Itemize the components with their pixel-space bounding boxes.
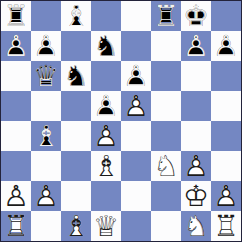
square-d1[interactable]: ♛♕ xyxy=(91,211,121,241)
piece-white-pawn[interactable]: ♟♙ xyxy=(1,181,31,211)
piece-white-pawn[interactable]: ♟♙ xyxy=(181,151,211,181)
white-bishop-icon: ♗ xyxy=(91,151,121,181)
square-c7[interactable] xyxy=(61,31,91,61)
square-e5[interactable]: ♟♙ xyxy=(121,91,151,121)
square-d3[interactable]: ♝♗ xyxy=(91,151,121,181)
chess-board: ♜♖♝♗♜♖♚♔♟♙♟♙♞♘♟♙♟♙♛♕♞♘♟♙♟♙♟♙♝♗♟♙♝♗♞♘♟♙♟♙… xyxy=(0,0,242,242)
white-knight-icon: ♘ xyxy=(151,151,181,181)
piece-black-pawn[interactable]: ♟♙ xyxy=(211,31,241,61)
square-d5[interactable]: ♟♙ xyxy=(91,91,121,121)
black-queen-icon: ♕ xyxy=(31,61,61,91)
white-pawn-fill-icon: ♟ xyxy=(211,181,241,211)
piece-white-rook[interactable]: ♜♖ xyxy=(211,211,241,241)
black-bishop-fill-icon: ♝ xyxy=(31,121,61,151)
black-pawn-fill-icon: ♟ xyxy=(1,31,31,61)
square-f2[interactable] xyxy=(151,181,181,211)
square-e4[interactable] xyxy=(121,121,151,151)
piece-black-pawn[interactable]: ♟♙ xyxy=(1,31,31,61)
black-pawn-icon: ♙ xyxy=(91,91,121,121)
square-d4[interactable]: ♟♙ xyxy=(91,121,121,151)
black-pawn-icon: ♙ xyxy=(1,31,31,61)
square-b5[interactable] xyxy=(31,91,61,121)
black-pawn-fill-icon: ♟ xyxy=(91,91,121,121)
piece-white-king[interactable]: ♚♔ xyxy=(181,181,211,211)
square-a8[interactable]: ♜♖ xyxy=(1,1,31,31)
square-g2[interactable]: ♚♔ xyxy=(181,181,211,211)
white-bishop-fill-icon: ♝ xyxy=(91,151,121,181)
piece-black-pawn[interactable]: ♟♙ xyxy=(31,31,61,61)
white-pawn-icon: ♙ xyxy=(181,151,211,181)
square-b6[interactable]: ♛♕ xyxy=(31,61,61,91)
white-rook-icon: ♖ xyxy=(1,211,31,241)
black-queen-fill-icon: ♛ xyxy=(31,61,61,91)
piece-white-knight[interactable]: ♞♘ xyxy=(151,151,181,181)
square-h6[interactable] xyxy=(211,61,241,91)
square-g8[interactable]: ♚♔ xyxy=(181,1,211,31)
square-a4[interactable] xyxy=(1,121,31,151)
black-bishop-icon: ♗ xyxy=(61,1,91,31)
piece-white-pawn[interactable]: ♟♙ xyxy=(91,121,121,151)
square-h4[interactable] xyxy=(211,121,241,151)
square-e3[interactable] xyxy=(121,151,151,181)
square-h3[interactable] xyxy=(211,151,241,181)
square-d6[interactable] xyxy=(91,61,121,91)
square-c6[interactable]: ♞♘ xyxy=(61,61,91,91)
square-a1[interactable]: ♜♖ xyxy=(1,211,31,241)
square-c3[interactable] xyxy=(61,151,91,181)
square-f1[interactable] xyxy=(151,211,181,241)
piece-black-knight[interactable]: ♞♘ xyxy=(91,31,121,61)
white-rook-fill-icon: ♜ xyxy=(1,211,31,241)
square-f8[interactable]: ♜♖ xyxy=(151,1,181,31)
white-pawn-icon: ♙ xyxy=(91,121,121,151)
piece-black-rook[interactable]: ♜♖ xyxy=(1,1,31,31)
black-king-icon: ♔ xyxy=(181,1,211,31)
square-c1[interactable]: ♝♗ xyxy=(61,211,91,241)
black-pawn-fill-icon: ♟ xyxy=(211,31,241,61)
white-pawn-icon: ♙ xyxy=(121,91,151,121)
white-rook-fill-icon: ♜ xyxy=(211,211,241,241)
white-bishop-icon: ♗ xyxy=(61,211,91,241)
square-b1[interactable] xyxy=(31,211,61,241)
black-bishop-fill-icon: ♝ xyxy=(61,1,91,31)
piece-white-pawn[interactable]: ♟♙ xyxy=(121,91,151,121)
square-a7[interactable]: ♟♙ xyxy=(1,31,31,61)
black-pawn-fill-icon: ♟ xyxy=(31,31,61,61)
black-knight-fill-icon: ♞ xyxy=(61,61,91,91)
piece-black-bishop[interactable]: ♝♗ xyxy=(61,1,91,31)
square-a2[interactable]: ♟♙ xyxy=(1,181,31,211)
black-bishop-icon: ♗ xyxy=(31,121,61,151)
piece-white-knight[interactable]: ♞♘ xyxy=(181,211,211,241)
square-h2[interactable]: ♟♙ xyxy=(211,181,241,211)
piece-white-bishop[interactable]: ♝♗ xyxy=(91,151,121,181)
white-pawn-fill-icon: ♟ xyxy=(91,121,121,151)
square-b2[interactable]: ♟♙ xyxy=(31,181,61,211)
black-rook-icon: ♖ xyxy=(151,1,181,31)
white-pawn-icon: ♙ xyxy=(31,181,61,211)
black-pawn-icon: ♙ xyxy=(121,61,151,91)
square-g7[interactable]: ♟♙ xyxy=(181,31,211,61)
white-pawn-fill-icon: ♟ xyxy=(181,151,211,181)
white-king-fill-icon: ♚ xyxy=(181,181,211,211)
white-knight-icon: ♘ xyxy=(181,211,211,241)
square-g4[interactable] xyxy=(181,121,211,151)
white-queen-fill-icon: ♛ xyxy=(91,211,121,241)
square-b3[interactable] xyxy=(31,151,61,181)
white-knight-fill-icon: ♞ xyxy=(151,151,181,181)
square-a3[interactable] xyxy=(1,151,31,181)
square-c8[interactable]: ♝♗ xyxy=(61,1,91,31)
piece-black-pawn[interactable]: ♟♙ xyxy=(181,31,211,61)
square-e7[interactable] xyxy=(121,31,151,61)
black-king-fill-icon: ♚ xyxy=(181,1,211,31)
white-knight-fill-icon: ♞ xyxy=(181,211,211,241)
black-pawn-icon: ♙ xyxy=(211,31,241,61)
piece-black-bishop[interactable]: ♝♗ xyxy=(31,121,61,151)
square-e6[interactable]: ♟♙ xyxy=(121,61,151,91)
square-h5[interactable] xyxy=(211,91,241,121)
piece-black-pawn[interactable]: ♟♙ xyxy=(91,91,121,121)
square-h1[interactable]: ♜♖ xyxy=(211,211,241,241)
chess-board-grid: ♜♖♝♗♜♖♚♔♟♙♟♙♞♘♟♙♟♙♛♕♞♘♟♙♟♙♟♙♝♗♟♙♝♗♞♘♟♙♟♙… xyxy=(1,1,241,241)
piece-white-rook[interactable]: ♜♖ xyxy=(1,211,31,241)
square-a5[interactable] xyxy=(1,91,31,121)
piece-black-pawn[interactable]: ♟♙ xyxy=(121,61,151,91)
black-knight-icon: ♘ xyxy=(61,61,91,91)
square-e1[interactable] xyxy=(121,211,151,241)
square-g6[interactable] xyxy=(181,61,211,91)
piece-black-king[interactable]: ♚♔ xyxy=(181,1,211,31)
black-rook-icon: ♖ xyxy=(1,1,31,31)
piece-black-rook[interactable]: ♜♖ xyxy=(151,1,181,31)
square-e8[interactable] xyxy=(121,1,151,31)
square-h8[interactable] xyxy=(211,1,241,31)
square-g3[interactable]: ♟♙ xyxy=(181,151,211,181)
black-knight-icon: ♘ xyxy=(91,31,121,61)
white-pawn-fill-icon: ♟ xyxy=(1,181,31,211)
piece-black-knight[interactable]: ♞♘ xyxy=(61,61,91,91)
square-d2[interactable] xyxy=(91,181,121,211)
square-b7[interactable]: ♟♙ xyxy=(31,31,61,61)
white-queen-icon: ♕ xyxy=(91,211,121,241)
square-f4[interactable] xyxy=(151,121,181,151)
white-rook-icon: ♖ xyxy=(211,211,241,241)
piece-white-pawn[interactable]: ♟♙ xyxy=(31,181,61,211)
square-g5[interactable] xyxy=(181,91,211,121)
square-d7[interactable]: ♞♘ xyxy=(91,31,121,61)
black-rook-fill-icon: ♜ xyxy=(151,1,181,31)
black-rook-fill-icon: ♜ xyxy=(1,1,31,31)
white-pawn-icon: ♙ xyxy=(1,181,31,211)
square-g1[interactable]: ♞♘ xyxy=(181,211,211,241)
black-pawn-fill-icon: ♟ xyxy=(121,61,151,91)
square-c2[interactable] xyxy=(61,181,91,211)
square-d8[interactable] xyxy=(91,1,121,31)
square-b4[interactable]: ♝♗ xyxy=(31,121,61,151)
piece-white-pawn[interactable]: ♟♙ xyxy=(211,181,241,211)
black-pawn-fill-icon: ♟ xyxy=(181,31,211,61)
piece-black-queen[interactable]: ♛♕ xyxy=(31,61,61,91)
square-c4[interactable] xyxy=(61,121,91,151)
white-pawn-fill-icon: ♟ xyxy=(121,91,151,121)
square-f5[interactable] xyxy=(151,91,181,121)
square-f3[interactable]: ♞♘ xyxy=(151,151,181,181)
black-pawn-icon: ♙ xyxy=(31,31,61,61)
black-knight-fill-icon: ♞ xyxy=(91,31,121,61)
square-c5[interactable] xyxy=(61,91,91,121)
white-king-icon: ♔ xyxy=(181,181,211,211)
square-e2[interactable] xyxy=(121,181,151,211)
white-bishop-fill-icon: ♝ xyxy=(61,211,91,241)
square-f7[interactable] xyxy=(151,31,181,61)
piece-white-queen[interactable]: ♛♕ xyxy=(91,211,121,241)
square-h7[interactable]: ♟♙ xyxy=(211,31,241,61)
square-b8[interactable] xyxy=(31,1,61,31)
piece-white-bishop[interactable]: ♝♗ xyxy=(61,211,91,241)
square-f6[interactable] xyxy=(151,61,181,91)
black-pawn-icon: ♙ xyxy=(181,31,211,61)
square-a6[interactable] xyxy=(1,61,31,91)
white-pawn-fill-icon: ♟ xyxy=(31,181,61,211)
white-pawn-icon: ♙ xyxy=(211,181,241,211)
